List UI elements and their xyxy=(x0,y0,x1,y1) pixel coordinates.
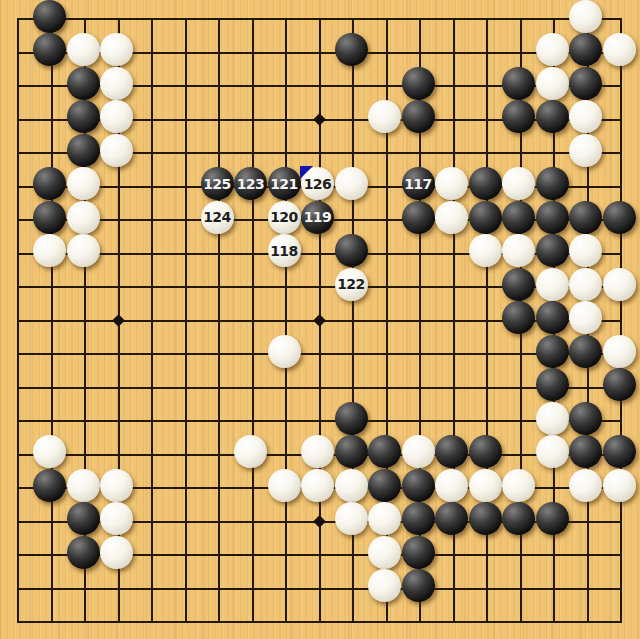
black-stone: 123 xyxy=(234,167,267,200)
black-stone xyxy=(536,201,569,234)
white-stone xyxy=(67,33,100,66)
white-stone xyxy=(368,100,401,133)
black-stone xyxy=(335,234,368,267)
white-stone xyxy=(301,435,334,468)
grid-line-horizontal xyxy=(17,621,622,623)
move-number-label: 124 xyxy=(203,210,231,224)
black-stone xyxy=(469,435,502,468)
black-stone xyxy=(536,234,569,267)
black-stone xyxy=(569,201,602,234)
black-stone: 121 xyxy=(268,167,301,200)
black-stone xyxy=(502,201,535,234)
go-board[interactable]: 125123121126117124120119118122 xyxy=(0,0,640,639)
black-stone xyxy=(335,435,368,468)
black-stone xyxy=(402,469,435,502)
black-stone xyxy=(33,33,66,66)
move-number-label: 118 xyxy=(270,244,298,258)
white-stone xyxy=(368,536,401,569)
black-stone xyxy=(536,100,569,133)
white-stone xyxy=(603,335,636,368)
white-stone xyxy=(368,569,401,602)
white-stone xyxy=(335,469,368,502)
grid-line-horizontal xyxy=(17,588,622,590)
move-number-label: 123 xyxy=(237,177,265,191)
black-stone xyxy=(402,536,435,569)
white-stone xyxy=(502,234,535,267)
black-stone xyxy=(67,536,100,569)
move-number-label: 117 xyxy=(404,177,432,191)
grid-line-vertical xyxy=(620,18,622,623)
black-stone xyxy=(469,167,502,200)
white-stone xyxy=(569,134,602,167)
black-stone xyxy=(502,502,535,535)
black-stone xyxy=(502,301,535,334)
black-stone xyxy=(469,502,502,535)
black-stone xyxy=(469,201,502,234)
black-stone xyxy=(67,67,100,100)
star-point xyxy=(313,314,326,327)
black-stone xyxy=(536,167,569,200)
black-stone xyxy=(67,502,100,535)
white-stone xyxy=(469,234,502,267)
black-stone xyxy=(603,368,636,401)
black-stone xyxy=(335,33,368,66)
white-stone xyxy=(100,502,133,535)
black-stone xyxy=(603,435,636,468)
white-stone: 118 xyxy=(268,234,301,267)
black-stone xyxy=(569,435,602,468)
black-stone xyxy=(502,67,535,100)
move-number-label: 121 xyxy=(270,177,298,191)
white-stone xyxy=(268,469,301,502)
black-stone xyxy=(502,100,535,133)
grid-line-horizontal xyxy=(17,420,622,422)
black-stone xyxy=(33,0,66,33)
white-stone xyxy=(67,201,100,234)
white-stone xyxy=(100,100,133,133)
black-stone xyxy=(435,502,468,535)
white-stone xyxy=(435,201,468,234)
black-stone xyxy=(569,402,602,435)
white-stone xyxy=(435,469,468,502)
black-stone xyxy=(603,201,636,234)
black-stone xyxy=(502,268,535,301)
white-stone xyxy=(100,536,133,569)
white-stone xyxy=(100,134,133,167)
move-number-label: 125 xyxy=(203,177,231,191)
move-number-label: 119 xyxy=(304,210,332,224)
white-stone xyxy=(67,167,100,200)
black-stone xyxy=(67,100,100,133)
black-stone: 117 xyxy=(402,167,435,200)
black-stone xyxy=(402,569,435,602)
black-stone xyxy=(536,502,569,535)
black-stone xyxy=(569,33,602,66)
black-stone xyxy=(335,402,368,435)
white-stone xyxy=(502,469,535,502)
black-stone xyxy=(402,67,435,100)
white-stone xyxy=(335,502,368,535)
white-stone: 124 xyxy=(201,201,234,234)
black-stone xyxy=(402,502,435,535)
white-stone xyxy=(335,167,368,200)
star-point xyxy=(313,113,326,126)
star-point xyxy=(313,515,326,528)
white-stone xyxy=(33,435,66,468)
white-stone xyxy=(569,100,602,133)
white-stone xyxy=(536,435,569,468)
white-stone xyxy=(435,167,468,200)
black-stone xyxy=(569,67,602,100)
white-stone xyxy=(67,469,100,502)
white-stone xyxy=(100,33,133,66)
black-stone xyxy=(368,435,401,468)
white-stone xyxy=(469,469,502,502)
black-stone xyxy=(33,201,66,234)
black-stone: 125 xyxy=(201,167,234,200)
black-stone xyxy=(33,167,66,200)
white-stone xyxy=(100,469,133,502)
move-number-label: 122 xyxy=(337,277,365,291)
grid-line-horizontal xyxy=(17,387,622,389)
white-stone xyxy=(603,469,636,502)
grid-line-horizontal xyxy=(17,353,622,355)
black-stone xyxy=(569,335,602,368)
black-stone xyxy=(536,368,569,401)
white-stone xyxy=(569,301,602,334)
black-stone xyxy=(368,469,401,502)
black-stone: 119 xyxy=(301,201,334,234)
white-stone xyxy=(536,67,569,100)
white-stone xyxy=(603,268,636,301)
black-stone xyxy=(67,134,100,167)
white-stone xyxy=(536,33,569,66)
white-stone xyxy=(301,469,334,502)
white-stone xyxy=(536,268,569,301)
white-stone xyxy=(67,234,100,267)
white-stone xyxy=(368,502,401,535)
white-stone xyxy=(569,469,602,502)
white-stone xyxy=(536,402,569,435)
last-move-marker xyxy=(300,166,313,179)
black-stone xyxy=(402,201,435,234)
white-stone xyxy=(234,435,267,468)
black-stone xyxy=(536,301,569,334)
black-stone xyxy=(435,435,468,468)
white-stone xyxy=(502,167,535,200)
black-stone xyxy=(536,335,569,368)
white-stone xyxy=(33,234,66,267)
star-point xyxy=(112,314,125,327)
white-stone: 122 xyxy=(335,268,368,301)
white-stone xyxy=(268,335,301,368)
white-stone: 120 xyxy=(268,201,301,234)
white-stone xyxy=(569,0,602,33)
move-number-label: 120 xyxy=(270,210,298,224)
black-stone xyxy=(402,100,435,133)
white-stone xyxy=(402,435,435,468)
white-stone xyxy=(603,33,636,66)
white-stone xyxy=(569,234,602,267)
white-stone xyxy=(100,67,133,100)
white-stone xyxy=(569,268,602,301)
black-stone xyxy=(33,469,66,502)
